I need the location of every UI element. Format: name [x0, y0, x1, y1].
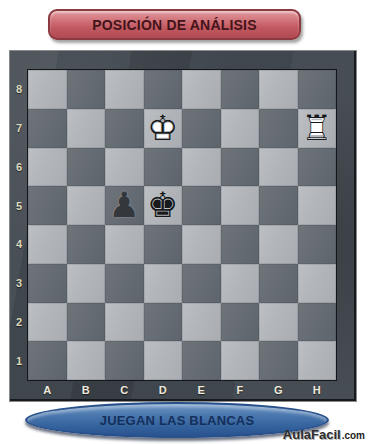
square-a1[interactable] — [28, 341, 67, 380]
square-e5[interactable] — [182, 186, 221, 225]
square-h1[interactable] — [298, 341, 337, 380]
square-d8[interactable] — [144, 70, 183, 109]
rank-label-7: 7 — [10, 109, 28, 148]
square-g8[interactable] — [259, 70, 298, 109]
square-f5[interactable] — [221, 186, 260, 225]
piece-black-pawn-c5[interactable]: ♟ — [105, 186, 144, 225]
square-a2[interactable] — [28, 303, 67, 342]
chess-board: 87654321 ♚♔♜♖♟♚ ABCDEFGH — [10, 51, 356, 401]
square-c3[interactable] — [105, 264, 144, 303]
square-e6[interactable] — [182, 148, 221, 187]
file-label-a: A — [28, 380, 67, 399]
rank-label-5: 5 — [10, 186, 28, 225]
aulafacil-logo-suffix: .com — [342, 430, 365, 441]
white-king-outline-glyph: ♔ — [144, 109, 183, 148]
file-label-g: G — [259, 380, 298, 399]
square-h8[interactable] — [298, 70, 337, 109]
piece-black-king-d5[interactable]: ♚ — [144, 186, 183, 225]
rank-label-2: 2 — [10, 303, 28, 342]
square-b6[interactable] — [67, 148, 106, 187]
aulafacil-logo: AulaFacil .com — [283, 427, 365, 443]
square-g3[interactable] — [259, 264, 298, 303]
square-g7[interactable] — [259, 109, 298, 148]
square-c8[interactable] — [105, 70, 144, 109]
rank-label-8: 8 — [10, 70, 28, 109]
piece-white-rook-h7[interactable]: ♜♖ — [298, 109, 337, 148]
square-c4[interactable] — [105, 225, 144, 264]
file-label-c: C — [105, 380, 144, 399]
analysis-banner: POSICIÓN DE ANÁLISIS — [48, 9, 301, 40]
file-label-d: D — [144, 380, 183, 399]
square-b8[interactable] — [67, 70, 106, 109]
square-e2[interactable] — [182, 303, 221, 342]
analysis-banner-label: POSICIÓN DE ANÁLISIS — [92, 17, 257, 33]
rank-label-4: 4 — [10, 225, 28, 264]
square-f4[interactable] — [221, 225, 260, 264]
square-c5[interactable]: ♟ — [105, 186, 144, 225]
square-a4[interactable] — [28, 225, 67, 264]
square-d6[interactable] — [144, 148, 183, 187]
file-label-e: E — [182, 380, 221, 399]
black-king-glyph: ♚ — [144, 186, 183, 225]
square-e8[interactable] — [182, 70, 221, 109]
square-f3[interactable] — [221, 264, 260, 303]
square-f1[interactable] — [221, 341, 260, 380]
file-label-h: H — [298, 380, 337, 399]
rank-labels: 87654321 — [10, 70, 28, 380]
square-h3[interactable] — [298, 264, 337, 303]
square-f8[interactable] — [221, 70, 260, 109]
square-h6[interactable] — [298, 148, 337, 187]
square-b3[interactable] — [67, 264, 106, 303]
square-d3[interactable] — [144, 264, 183, 303]
square-f6[interactable] — [221, 148, 260, 187]
square-b7[interactable] — [67, 109, 106, 148]
square-a5[interactable] — [28, 186, 67, 225]
square-a6[interactable] — [28, 148, 67, 187]
square-d2[interactable] — [144, 303, 183, 342]
square-f7[interactable] — [221, 109, 260, 148]
square-g2[interactable] — [259, 303, 298, 342]
square-h7[interactable]: ♜♖ — [298, 109, 337, 148]
aulafacil-logo-name: AulaFacil — [283, 427, 341, 442]
turn-banner-label: JUEGAN LAS BLANCAS — [100, 413, 255, 428]
square-h5[interactable] — [298, 186, 337, 225]
square-e1[interactable] — [182, 341, 221, 380]
piece-white-king-d7[interactable]: ♚♔ — [144, 109, 183, 148]
file-labels: ABCDEFGH — [28, 380, 336, 399]
square-c2[interactable] — [105, 303, 144, 342]
square-b4[interactable] — [67, 225, 106, 264]
square-c6[interactable] — [105, 148, 144, 187]
square-c1[interactable] — [105, 341, 144, 380]
file-label-b: B — [67, 380, 106, 399]
square-g1[interactable] — [259, 341, 298, 380]
square-d4[interactable] — [144, 225, 183, 264]
square-h4[interactable] — [298, 225, 337, 264]
square-d5[interactable]: ♚ — [144, 186, 183, 225]
white-rook-outline-glyph: ♖ — [298, 109, 337, 148]
rank-label-6: 6 — [10, 148, 28, 187]
square-e3[interactable] — [182, 264, 221, 303]
square-e4[interactable] — [182, 225, 221, 264]
square-g6[interactable] — [259, 148, 298, 187]
black-pawn-glyph: ♟ — [105, 186, 144, 225]
square-d1[interactable] — [144, 341, 183, 380]
square-f2[interactable] — [221, 303, 260, 342]
rank-label-3: 3 — [10, 264, 28, 303]
board-squares: ♚♔♜♖♟♚ — [28, 70, 336, 380]
square-b5[interactable] — [67, 186, 106, 225]
file-label-f: F — [221, 380, 260, 399]
square-g5[interactable] — [259, 186, 298, 225]
square-a8[interactable] — [28, 70, 67, 109]
square-h2[interactable] — [298, 303, 337, 342]
square-e7[interactable] — [182, 109, 221, 148]
square-b2[interactable] — [67, 303, 106, 342]
rank-label-1: 1 — [10, 341, 28, 380]
square-a7[interactable] — [28, 109, 67, 148]
square-g4[interactable] — [259, 225, 298, 264]
square-b1[interactable] — [67, 341, 106, 380]
square-c7[interactable] — [105, 109, 144, 148]
square-a3[interactable] — [28, 264, 67, 303]
square-d7[interactable]: ♚♔ — [144, 109, 183, 148]
